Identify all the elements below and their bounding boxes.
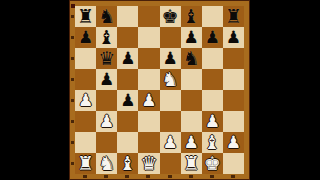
file-label-f [189, 175, 193, 178]
rank-label-5 [71, 78, 74, 81]
square-h8: ♜ [223, 6, 244, 27]
square-h4 [223, 90, 244, 111]
square-f8: ♝ [181, 6, 202, 27]
square-b6: ♛ [96, 48, 117, 69]
square-f3 [181, 111, 202, 132]
square-d7 [138, 27, 159, 48]
white-pawn: ♟ [162, 132, 177, 153]
rank-label-2 [71, 141, 74, 144]
square-e2: ♟ [160, 132, 181, 153]
square-b8: ♞ [96, 6, 117, 27]
square-b1: ♞ [96, 153, 117, 174]
square-f1: ♜ [181, 153, 202, 174]
square-g3: ♟ [202, 111, 223, 132]
square-d2 [138, 132, 159, 153]
white-bishop: ♝ [204, 132, 221, 153]
black-knight: ♞ [98, 6, 115, 27]
square-e3 [160, 111, 181, 132]
square-h1 [223, 153, 244, 174]
black-pawn: ♟ [162, 48, 177, 69]
white-pawn: ♟ [184, 132, 199, 153]
square-g2: ♝ [202, 132, 223, 153]
square-c1: ♝ [117, 153, 138, 174]
square-f2: ♟ [181, 132, 202, 153]
square-e8: ♚ [160, 6, 181, 27]
file-label-d [146, 175, 150, 178]
square-g1: ♚ [202, 153, 223, 174]
rank-label-4 [71, 99, 74, 102]
square-a5 [75, 69, 96, 90]
rank-label-6 [71, 57, 74, 60]
white-pawn: ♟ [78, 90, 93, 111]
black-bishop: ♝ [183, 6, 200, 27]
square-h7: ♟ [223, 27, 244, 48]
square-c4: ♟ [117, 90, 138, 111]
file-label-h [231, 175, 235, 178]
chess-board: ♜♞♚♝♜♟♝♟♟♟♛♟♟♞♟♞♟♟♟♟♟♟♟♝♟♜♞♝♛♜♚ [75, 6, 244, 174]
square-e5: ♞ [160, 69, 181, 90]
square-d1: ♛ [138, 153, 159, 174]
square-e4 [160, 90, 181, 111]
square-h5 [223, 69, 244, 90]
square-c5 [117, 69, 138, 90]
square-f4 [181, 90, 202, 111]
white-pawn: ♟ [205, 111, 220, 132]
black-rook: ♜ [225, 6, 242, 27]
file-label-e [168, 175, 172, 178]
file-label-c [125, 175, 129, 178]
square-f7: ♟ [181, 27, 202, 48]
black-knight: ♞ [183, 48, 200, 69]
black-pawn: ♟ [120, 48, 135, 69]
square-d5 [138, 69, 159, 90]
rank-label-3 [71, 120, 74, 123]
square-a3 [75, 111, 96, 132]
black-pawn: ♟ [205, 27, 220, 48]
white-knight: ♞ [98, 153, 115, 174]
square-c6: ♟ [117, 48, 138, 69]
square-e7 [160, 27, 181, 48]
square-g5 [202, 69, 223, 90]
square-a7: ♟ [75, 27, 96, 48]
square-g6 [202, 48, 223, 69]
square-d3 [138, 111, 159, 132]
black-rook: ♜ [77, 6, 94, 27]
white-rook: ♜ [77, 153, 94, 174]
black-pawn: ♟ [99, 69, 114, 90]
square-d6 [138, 48, 159, 69]
white-pawn: ♟ [99, 111, 114, 132]
square-a6 [75, 48, 96, 69]
black-pawn: ♟ [120, 90, 135, 111]
black-pawn: ♟ [226, 27, 241, 48]
white-king: ♚ [204, 153, 221, 174]
square-f5 [181, 69, 202, 90]
square-c2 [117, 132, 138, 153]
square-g4 [202, 90, 223, 111]
square-a2 [75, 132, 96, 153]
white-queen: ♛ [140, 153, 157, 174]
square-h6 [223, 48, 244, 69]
file-label-a [83, 175, 87, 178]
square-c7 [117, 27, 138, 48]
square-d8 [138, 6, 159, 27]
square-a4: ♟ [75, 90, 96, 111]
rank-label-8 [71, 15, 74, 18]
square-b7: ♝ [96, 27, 117, 48]
square-f6: ♞ [181, 48, 202, 69]
square-b4 [96, 90, 117, 111]
square-b3: ♟ [96, 111, 117, 132]
square-c8 [117, 6, 138, 27]
square-h3 [223, 111, 244, 132]
white-pawn: ♟ [141, 90, 156, 111]
square-d4: ♟ [138, 90, 159, 111]
square-g7: ♟ [202, 27, 223, 48]
black-pawn: ♟ [78, 27, 93, 48]
black-king: ♚ [162, 6, 179, 27]
video-frame: ♜♞♚♝♜♟♝♟♟♟♛♟♟♞♟♞♟♟♟♟♟♟♟♝♟♜♞♝♛♜♚ [0, 0, 320, 180]
black-bishop: ♝ [98, 27, 115, 48]
white-knight: ♞ [162, 69, 179, 90]
black-queen: ♛ [98, 48, 115, 69]
square-a8: ♜ [75, 6, 96, 27]
black-pawn: ♟ [184, 27, 199, 48]
white-rook: ♜ [183, 153, 200, 174]
square-b5: ♟ [96, 69, 117, 90]
rank-label-1 [71, 162, 74, 165]
square-g8 [202, 6, 223, 27]
chess-board-frame: ♜♞♚♝♜♟♝♟♟♟♛♟♟♞♟♞♟♟♟♟♟♟♟♝♟♜♞♝♛♜♚ [69, 0, 250, 180]
square-a1: ♜ [75, 153, 96, 174]
square-b2 [96, 132, 117, 153]
white-pawn: ♟ [226, 132, 241, 153]
square-e6: ♟ [160, 48, 181, 69]
square-e1 [160, 153, 181, 174]
square-c3 [117, 111, 138, 132]
file-label-g [210, 175, 214, 178]
white-bishop: ♝ [119, 153, 136, 174]
square-h2: ♟ [223, 132, 244, 153]
file-label-b [104, 175, 108, 178]
rank-label-7 [71, 36, 74, 39]
